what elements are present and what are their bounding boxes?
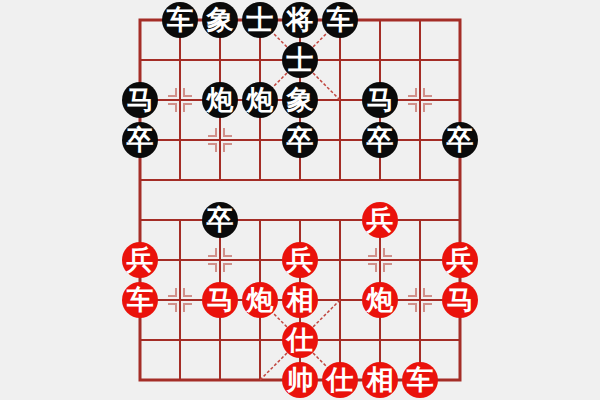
piece-red-elephant[interactable]: 相 [362, 362, 398, 398]
piece-red-chariot[interactable]: 车 [122, 282, 158, 318]
piece-red-cannon[interactable]: 炮 [242, 282, 278, 318]
piece-black-soldier[interactable]: 卒 [442, 122, 478, 158]
piece-red-elephant[interactable]: 相 [282, 282, 318, 318]
piece-black-horse[interactable]: 马 [122, 82, 158, 118]
piece-black-cannon[interactable]: 炮 [202, 82, 238, 118]
piece-red-advisor[interactable]: 仕 [322, 362, 358, 398]
piece-black-chariot[interactable]: 车 [162, 2, 198, 38]
xiangqi-board: 车象士将车士马炮炮象马卒卒卒卒卒兵兵兵兵车马炮相炮马仕帅仕相车 [0, 0, 600, 400]
piece-black-cannon[interactable]: 炮 [242, 82, 278, 118]
piece-black-elephant[interactable]: 象 [282, 82, 318, 118]
piece-black-soldier[interactable]: 卒 [122, 122, 158, 158]
piece-red-advisor[interactable]: 仕 [282, 322, 318, 358]
piece-black-advisor[interactable]: 士 [242, 2, 278, 38]
piece-black-elephant[interactable]: 象 [202, 2, 238, 38]
piece-black-soldier[interactable]: 卒 [202, 202, 238, 238]
piece-black-general[interactable]: 将 [282, 2, 318, 38]
piece-red-cannon[interactable]: 炮 [362, 282, 398, 318]
piece-black-chariot[interactable]: 车 [322, 2, 358, 38]
piece-red-soldier[interactable]: 兵 [122, 242, 158, 278]
piece-black-advisor[interactable]: 士 [282, 42, 318, 78]
piece-red-horse[interactable]: 马 [202, 282, 238, 318]
piece-red-soldier[interactable]: 兵 [362, 202, 398, 238]
piece-red-chariot[interactable]: 车 [402, 362, 438, 398]
piece-black-horse[interactable]: 马 [362, 82, 398, 118]
piece-red-general[interactable]: 帅 [282, 362, 318, 398]
piece-red-horse[interactable]: 马 [442, 282, 478, 318]
piece-black-soldier[interactable]: 卒 [282, 122, 318, 158]
piece-black-soldier[interactable]: 卒 [362, 122, 398, 158]
piece-red-soldier[interactable]: 兵 [442, 242, 478, 278]
piece-red-soldier[interactable]: 兵 [282, 242, 318, 278]
